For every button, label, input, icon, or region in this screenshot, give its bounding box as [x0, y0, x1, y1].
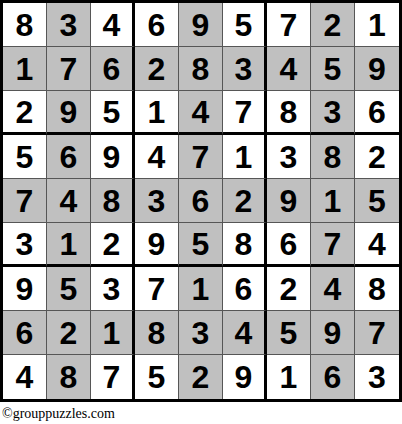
cell-r6c5: 5 — [179, 223, 223, 267]
cell-r3c8: 3 — [311, 91, 355, 135]
cell-r7c5: 1 — [179, 267, 223, 311]
cell-r5c8: 1 — [311, 179, 355, 223]
cell-r2c9: 9 — [355, 47, 399, 91]
cell-r4c6: 1 — [223, 135, 267, 179]
cell-r3c9: 6 — [355, 91, 399, 135]
cell-r1c1: 8 — [3, 3, 47, 47]
cell-r1c2: 3 — [47, 3, 91, 47]
cell-r2c3: 6 — [91, 47, 135, 91]
cell-r4c1: 5 — [3, 135, 47, 179]
cell-r8c4: 8 — [135, 311, 179, 355]
cell-r7c6: 6 — [223, 267, 267, 311]
cell-r6c8: 7 — [311, 223, 355, 267]
cell-r6c6: 8 — [223, 223, 267, 267]
cell-r7c8: 4 — [311, 267, 355, 311]
cell-r2c1: 1 — [3, 47, 47, 91]
cell-r8c3: 1 — [91, 311, 135, 355]
cell-r5c9: 5 — [355, 179, 399, 223]
cell-r4c8: 8 — [311, 135, 355, 179]
cell-r4c9: 2 — [355, 135, 399, 179]
cell-r9c8: 6 — [311, 355, 355, 399]
cell-r2c8: 5 — [311, 47, 355, 91]
cell-r5c6: 2 — [223, 179, 267, 223]
cell-r3c2: 9 — [47, 91, 91, 135]
cell-r7c4: 7 — [135, 267, 179, 311]
cell-r7c2: 5 — [47, 267, 91, 311]
cell-r1c8: 2 — [311, 3, 355, 47]
cell-r1c6: 5 — [223, 3, 267, 47]
cell-r1c7: 7 — [267, 3, 311, 47]
cell-r2c2: 7 — [47, 47, 91, 91]
cell-r5c4: 3 — [135, 179, 179, 223]
cell-r6c3: 2 — [91, 223, 135, 267]
cell-r8c9: 7 — [355, 311, 399, 355]
cell-r5c5: 6 — [179, 179, 223, 223]
cell-r2c5: 8 — [179, 47, 223, 91]
cell-r3c5: 4 — [179, 91, 223, 135]
cell-r8c1: 6 — [3, 311, 47, 355]
cell-r6c4: 9 — [135, 223, 179, 267]
cell-r6c7: 6 — [267, 223, 311, 267]
cell-r9c5: 2 — [179, 355, 223, 399]
cell-r4c3: 9 — [91, 135, 135, 179]
cell-r8c2: 2 — [47, 311, 91, 355]
cell-r5c1: 7 — [3, 179, 47, 223]
cell-r8c7: 5 — [267, 311, 311, 355]
sudoku-board: 8346957211762834592951478365694713827483… — [0, 0, 402, 402]
cell-r4c5: 7 — [179, 135, 223, 179]
cell-r9c6: 9 — [223, 355, 267, 399]
cell-r7c9: 8 — [355, 267, 399, 311]
cell-r3c4: 1 — [135, 91, 179, 135]
cell-r9c3: 7 — [91, 355, 135, 399]
cell-r4c7: 3 — [267, 135, 311, 179]
cell-r8c6: 4 — [223, 311, 267, 355]
cell-r9c2: 8 — [47, 355, 91, 399]
cell-r4c4: 4 — [135, 135, 179, 179]
cell-r8c8: 9 — [311, 311, 355, 355]
cell-r7c3: 3 — [91, 267, 135, 311]
cell-r1c9: 1 — [355, 3, 399, 47]
cell-r8c5: 3 — [179, 311, 223, 355]
cell-r6c1: 3 — [3, 223, 47, 267]
cell-r3c6: 7 — [223, 91, 267, 135]
cell-r3c3: 5 — [91, 91, 135, 135]
cell-r4c2: 6 — [47, 135, 91, 179]
cell-r2c4: 2 — [135, 47, 179, 91]
cell-r3c1: 2 — [3, 91, 47, 135]
cell-r7c7: 2 — [267, 267, 311, 311]
cell-r2c6: 3 — [223, 47, 267, 91]
cell-r9c9: 3 — [355, 355, 399, 399]
cell-r9c7: 1 — [267, 355, 311, 399]
cell-r5c7: 9 — [267, 179, 311, 223]
copyright-text: ©grouppuzzles.com — [0, 402, 402, 422]
cell-r1c4: 6 — [135, 3, 179, 47]
cell-r9c4: 5 — [135, 355, 179, 399]
cell-r9c1: 4 — [3, 355, 47, 399]
cell-r5c3: 8 — [91, 179, 135, 223]
cell-r7c1: 9 — [3, 267, 47, 311]
cell-r2c7: 4 — [267, 47, 311, 91]
cell-r1c3: 4 — [91, 3, 135, 47]
sudoku-page: 8346957211762834592951478365694713827483… — [0, 0, 402, 424]
cell-r6c2: 1 — [47, 223, 91, 267]
cell-r5c2: 4 — [47, 179, 91, 223]
cell-r6c9: 4 — [355, 223, 399, 267]
cell-r3c7: 8 — [267, 91, 311, 135]
cell-r1c5: 9 — [179, 3, 223, 47]
